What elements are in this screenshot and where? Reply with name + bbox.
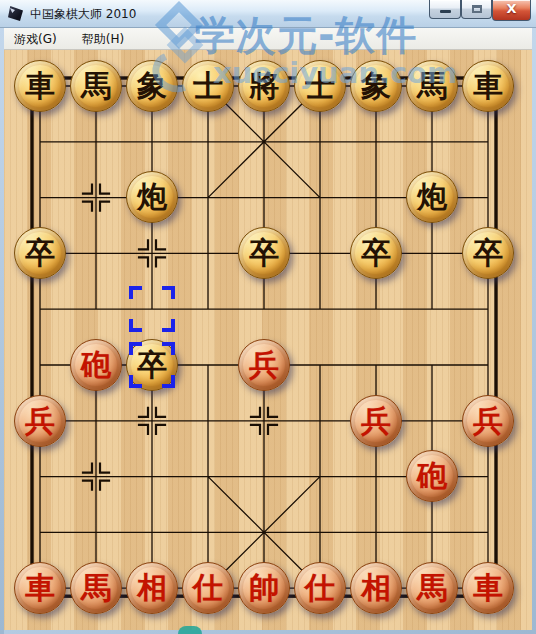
piece-red-兵[interactable]: 兵 bbox=[14, 395, 66, 447]
piece-black-卒[interactable]: 卒 bbox=[126, 339, 178, 391]
window-title: 中国象棋大师 2010 bbox=[30, 6, 136, 23]
piece-red-馬[interactable]: 馬 bbox=[70, 562, 122, 614]
piece-red-兵[interactable]: 兵 bbox=[350, 395, 402, 447]
maximize-button[interactable] bbox=[461, 0, 492, 19]
piece-black-士[interactable]: 士 bbox=[182, 60, 234, 112]
window-edge-right bbox=[532, 28, 536, 634]
app-window: 中国象棋大师 2010 X 游戏(G) 帮助(H) 車馬象士將士象馬車炮炮卒卒卒… bbox=[0, 0, 536, 634]
piece-black-馬[interactable]: 馬 bbox=[406, 60, 458, 112]
menu-item-game[interactable]: 游戏(G) bbox=[4, 28, 67, 50]
menu-item-help[interactable]: 帮助(H) bbox=[72, 28, 134, 50]
piece-black-卒[interactable]: 卒 bbox=[238, 227, 290, 279]
piece-red-兵[interactable]: 兵 bbox=[462, 395, 514, 447]
piece-black-象[interactable]: 象 bbox=[350, 60, 402, 112]
piece-black-卒[interactable]: 卒 bbox=[14, 227, 66, 279]
app-icon bbox=[8, 6, 23, 21]
piece-red-砲[interactable]: 砲 bbox=[70, 339, 122, 391]
piece-black-象[interactable]: 象 bbox=[126, 60, 178, 112]
piece-red-車[interactable]: 車 bbox=[462, 562, 514, 614]
pieces-layer: 車馬象士將士象馬車炮炮卒卒卒卒砲卒兵兵兵兵砲車馬相仕帥仕相馬車 bbox=[12, 58, 516, 616]
piece-black-卒[interactable]: 卒 bbox=[462, 227, 514, 279]
minimize-icon bbox=[440, 10, 451, 13]
piece-red-馬[interactable]: 馬 bbox=[406, 562, 458, 614]
piece-black-炮[interactable]: 炮 bbox=[406, 171, 458, 223]
piece-red-砲[interactable]: 砲 bbox=[406, 450, 458, 502]
piece-red-相[interactable]: 相 bbox=[126, 562, 178, 614]
piece-black-炮[interactable]: 炮 bbox=[126, 171, 178, 223]
maximize-icon bbox=[472, 5, 482, 13]
minimize-button[interactable] bbox=[429, 0, 461, 19]
piece-red-仕[interactable]: 仕 bbox=[294, 562, 346, 614]
piece-black-士[interactable]: 士 bbox=[294, 60, 346, 112]
piece-black-車[interactable]: 車 bbox=[14, 60, 66, 112]
piece-black-車[interactable]: 車 bbox=[462, 60, 514, 112]
close-button[interactable]: X bbox=[492, 0, 531, 21]
piece-black-卒[interactable]: 卒 bbox=[350, 227, 402, 279]
close-icon: X bbox=[493, 1, 530, 16]
title-bar: 中国象棋大师 2010 X bbox=[0, 0, 536, 28]
piece-red-相[interactable]: 相 bbox=[350, 562, 402, 614]
window-edge-bottom bbox=[4, 630, 532, 634]
watermark-fragment bbox=[178, 626, 202, 634]
piece-red-車[interactable]: 車 bbox=[14, 562, 66, 614]
menu-bar: 游戏(G) 帮助(H) bbox=[4, 28, 532, 50]
piece-red-仕[interactable]: 仕 bbox=[182, 562, 234, 614]
xiangqi-board[interactable]: 車馬象士將士象馬車炮炮卒卒卒卒砲卒兵兵兵兵砲車馬相仕帥仕相馬車 bbox=[4, 50, 532, 630]
piece-black-馬[interactable]: 馬 bbox=[70, 60, 122, 112]
piece-red-兵[interactable]: 兵 bbox=[238, 339, 290, 391]
piece-red-帥[interactable]: 帥 bbox=[238, 562, 290, 614]
piece-black-將[interactable]: 將 bbox=[238, 60, 290, 112]
